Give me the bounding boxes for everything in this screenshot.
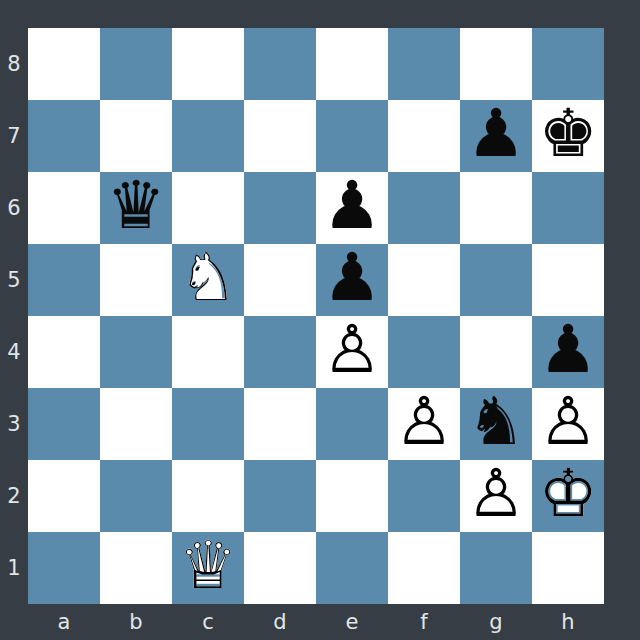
square-e8[interactable] (316, 28, 388, 100)
square-e1[interactable] (316, 532, 388, 604)
file-labels: abcdefgh (28, 604, 604, 640)
square-h5[interactable] (532, 244, 604, 316)
square-e3[interactable] (316, 388, 388, 460)
square-f3[interactable]: ♟♙ (388, 388, 460, 460)
square-b8[interactable] (100, 28, 172, 100)
square-f1[interactable] (388, 532, 460, 604)
square-e5[interactable]: ♟ (316, 244, 388, 316)
square-b3[interactable] (100, 388, 172, 460)
square-e6[interactable]: ♟ (316, 172, 388, 244)
piece-black-queen[interactable]: ♛ (100, 172, 172, 244)
piece-black-pawn[interactable]: ♟ (316, 172, 388, 244)
rank-label-2: 2 (0, 460, 28, 532)
square-c6[interactable] (172, 172, 244, 244)
square-d1[interactable] (244, 532, 316, 604)
square-h6[interactable] (532, 172, 604, 244)
square-h4[interactable]: ♟ (532, 316, 604, 388)
square-g3[interactable]: ♞ (460, 388, 532, 460)
rank-label-6: 6 (0, 172, 28, 244)
square-h7[interactable]: ♚ (532, 100, 604, 172)
black-pawn-glyph: ♟ (466, 98, 525, 170)
square-a2[interactable] (28, 460, 100, 532)
square-a1[interactable] (28, 532, 100, 604)
square-h1[interactable] (532, 532, 604, 604)
square-b7[interactable] (100, 100, 172, 172)
black-pawn-glyph: ♟ (538, 314, 597, 386)
square-a8[interactable] (28, 28, 100, 100)
black-queen-glyph: ♛ (106, 170, 165, 242)
square-b4[interactable] (100, 316, 172, 388)
square-d8[interactable] (244, 28, 316, 100)
square-g2[interactable]: ♟♙ (460, 460, 532, 532)
white-pawn-outline: ♙ (394, 386, 453, 458)
square-f7[interactable] (388, 100, 460, 172)
square-c8[interactable] (172, 28, 244, 100)
piece-black-pawn[interactable]: ♟ (532, 316, 604, 388)
square-e4[interactable]: ♟♙ (316, 316, 388, 388)
piece-white-pawn[interactable]: ♟♙ (388, 388, 460, 460)
square-f2[interactable] (388, 460, 460, 532)
black-king-glyph: ♚ (538, 98, 597, 170)
white-pawn-outline: ♙ (538, 386, 597, 458)
square-e2[interactable] (316, 460, 388, 532)
file-label-g: g (460, 604, 532, 640)
square-f6[interactable] (388, 172, 460, 244)
square-f4[interactable] (388, 316, 460, 388)
file-label-h: h (532, 604, 604, 640)
file-label-c: c (172, 604, 244, 640)
square-d7[interactable] (244, 100, 316, 172)
black-pawn-glyph: ♟ (322, 170, 381, 242)
square-g6[interactable] (460, 172, 532, 244)
square-c3[interactable] (172, 388, 244, 460)
square-d3[interactable] (244, 388, 316, 460)
piece-black-knight[interactable]: ♞ (460, 388, 532, 460)
piece-white-pawn[interactable]: ♟♙ (460, 460, 532, 532)
square-b1[interactable] (100, 532, 172, 604)
piece-black-pawn[interactable]: ♟ (316, 244, 388, 316)
white-knight-outline: ♘ (178, 242, 237, 314)
square-h2[interactable]: ♚♔ (532, 460, 604, 532)
square-g8[interactable] (460, 28, 532, 100)
piece-white-knight[interactable]: ♞♘ (172, 244, 244, 316)
square-h3[interactable]: ♟♙ (532, 388, 604, 460)
square-h8[interactable] (532, 28, 604, 100)
piece-black-pawn[interactable]: ♟ (460, 100, 532, 172)
square-a6[interactable] (28, 172, 100, 244)
square-c5[interactable]: ♞♘ (172, 244, 244, 316)
rank-label-5: 5 (0, 244, 28, 316)
rank-label-7: 7 (0, 100, 28, 172)
square-a3[interactable] (28, 388, 100, 460)
square-g4[interactable] (460, 316, 532, 388)
square-e7[interactable] (316, 100, 388, 172)
piece-white-queen[interactable]: ♛♕ (172, 532, 244, 604)
chess-diagram: ♟♚♛♟♞♘♟♟♙♟♟♙♞♟♙♟♙♚♔♛♕ 87654321 abcdefgh (0, 0, 640, 640)
rank-labels: 87654321 (0, 28, 28, 604)
white-pawn-outline: ♙ (322, 314, 381, 386)
chess-board: ♟♚♛♟♞♘♟♟♙♟♟♙♞♟♙♟♙♚♔♛♕ (28, 28, 604, 604)
square-d4[interactable] (244, 316, 316, 388)
piece-white-pawn[interactable]: ♟♙ (532, 388, 604, 460)
white-king-outline: ♔ (538, 458, 597, 530)
square-a7[interactable] (28, 100, 100, 172)
square-g7[interactable]: ♟ (460, 100, 532, 172)
white-pawn-outline: ♙ (466, 458, 525, 530)
file-label-b: b (100, 604, 172, 640)
square-b2[interactable] (100, 460, 172, 532)
square-c1[interactable]: ♛♕ (172, 532, 244, 604)
square-d5[interactable] (244, 244, 316, 316)
rank-label-3: 3 (0, 388, 28, 460)
square-f8[interactable] (388, 28, 460, 100)
black-knight-glyph: ♞ (466, 386, 525, 458)
piece-black-king[interactable]: ♚ (532, 100, 604, 172)
square-a4[interactable] (28, 316, 100, 388)
square-c2[interactable] (172, 460, 244, 532)
square-d2[interactable] (244, 460, 316, 532)
square-g5[interactable] (460, 244, 532, 316)
rank-label-4: 4 (0, 316, 28, 388)
square-g1[interactable] (460, 532, 532, 604)
black-pawn-glyph: ♟ (322, 242, 381, 314)
square-b5[interactable] (100, 244, 172, 316)
file-label-a: a (28, 604, 100, 640)
piece-white-king[interactable]: ♚♔ (532, 460, 604, 532)
white-queen-outline: ♕ (178, 530, 237, 602)
file-label-d: d (244, 604, 316, 640)
square-d6[interactable] (244, 172, 316, 244)
piece-white-pawn[interactable]: ♟♙ (316, 316, 388, 388)
square-f5[interactable] (388, 244, 460, 316)
file-label-f: f (388, 604, 460, 640)
rank-label-1: 1 (0, 532, 28, 604)
square-a5[interactable] (28, 244, 100, 316)
square-c4[interactable] (172, 316, 244, 388)
square-c7[interactable] (172, 100, 244, 172)
rank-label-8: 8 (0, 28, 28, 100)
file-label-e: e (316, 604, 388, 640)
square-b6[interactable]: ♛ (100, 172, 172, 244)
